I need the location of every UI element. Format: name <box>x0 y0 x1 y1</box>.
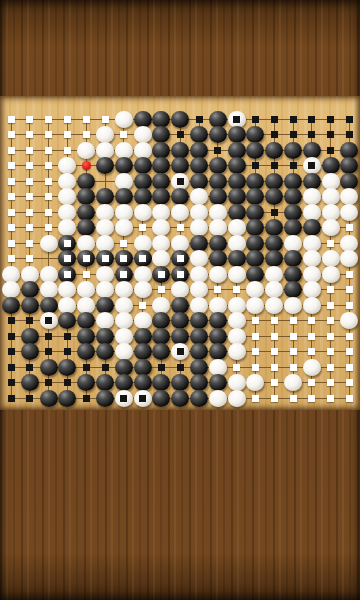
white-stone[interactable] <box>190 250 208 267</box>
black-stone[interactable] <box>246 126 264 143</box>
black-territory-marker <box>26 395 33 402</box>
white-stone[interactable] <box>58 173 76 190</box>
black-stone[interactable] <box>77 188 95 205</box>
white-stone[interactable] <box>265 297 283 314</box>
white-stone[interactable] <box>340 188 358 205</box>
white-stone[interactable] <box>58 188 76 205</box>
white-stone[interactable] <box>190 281 208 298</box>
black-stone[interactable] <box>152 343 170 360</box>
white-stone[interactable] <box>58 204 76 221</box>
white-stone[interactable] <box>115 281 133 298</box>
white-stone[interactable] <box>115 204 133 221</box>
white-stone[interactable] <box>115 343 133 360</box>
white-territory-marker <box>26 116 33 123</box>
black-stone[interactable] <box>228 126 246 143</box>
white-stone[interactable] <box>228 374 246 391</box>
black-stone[interactable] <box>152 157 170 174</box>
black-stone[interactable] <box>152 312 170 329</box>
black-stone[interactable] <box>96 343 114 360</box>
black-stone[interactable] <box>21 297 39 314</box>
dead-black-stone[interactable] <box>115 266 133 283</box>
dead-white-stone[interactable] <box>134 390 152 407</box>
black-stone[interactable] <box>209 188 227 205</box>
white-stone[interactable] <box>58 157 76 174</box>
white-stone[interactable] <box>115 173 133 190</box>
white-stone[interactable] <box>115 312 133 329</box>
white-stone[interactable] <box>303 235 321 252</box>
black-stone[interactable] <box>322 157 340 174</box>
white-territory-marker <box>64 147 71 154</box>
black-stone[interactable] <box>284 266 302 283</box>
white-stone[interactable] <box>228 328 246 345</box>
black-stone[interactable] <box>246 250 264 267</box>
dead-black-stone[interactable] <box>96 250 114 267</box>
white-territory-marker <box>346 333 353 340</box>
white-stone[interactable] <box>96 204 114 221</box>
white-stone[interactable] <box>115 328 133 345</box>
black-stone[interactable] <box>152 328 170 345</box>
white-territory-marker <box>8 255 15 262</box>
white-stone[interactable] <box>228 219 246 236</box>
white-stone[interactable] <box>171 235 189 252</box>
dead-white-stone[interactable] <box>171 173 189 190</box>
black-stone[interactable] <box>77 173 95 190</box>
black-stone[interactable] <box>246 204 264 221</box>
black-stone[interactable] <box>96 188 114 205</box>
white-stone[interactable] <box>77 142 95 159</box>
white-territory-marker <box>83 131 90 138</box>
white-territory-marker <box>327 240 334 247</box>
white-stone[interactable] <box>303 297 321 314</box>
black-stone[interactable] <box>265 188 283 205</box>
black-stone[interactable] <box>152 390 170 407</box>
white-stone[interactable] <box>228 297 246 314</box>
white-territory-marker <box>346 395 353 402</box>
black-stone[interactable] <box>303 219 321 236</box>
black-stone[interactable] <box>152 188 170 205</box>
black-territory-marker <box>346 131 353 138</box>
black-stone[interactable] <box>209 328 227 345</box>
black-territory-marker <box>8 395 15 402</box>
white-stone[interactable] <box>209 390 227 407</box>
dead-black-stone[interactable] <box>134 250 152 267</box>
white-stone[interactable] <box>284 297 302 314</box>
white-stone[interactable] <box>209 359 227 376</box>
black-stone[interactable] <box>228 173 246 190</box>
white-stone[interactable] <box>96 281 114 298</box>
black-stone[interactable] <box>96 328 114 345</box>
white-stone[interactable] <box>134 281 152 298</box>
white-territory-marker <box>271 333 278 340</box>
black-stone[interactable] <box>152 142 170 159</box>
black-stone[interactable] <box>246 219 264 236</box>
dead-stone-marker <box>83 255 90 262</box>
white-stone[interactable] <box>2 266 20 283</box>
black-territory-marker <box>271 162 278 169</box>
white-territory-marker <box>214 286 221 293</box>
white-territory-marker <box>252 333 259 340</box>
white-territory-marker <box>26 147 33 154</box>
black-stone[interactable] <box>228 142 246 159</box>
white-stone[interactable] <box>190 297 208 314</box>
result-panel: 白领先 38.25 子 黑: 146 子 提子: 21 白: 215 子 提子:… <box>0 410 360 600</box>
white-stone[interactable] <box>2 281 20 298</box>
black-stone[interactable] <box>171 312 189 329</box>
white-stone[interactable] <box>303 250 321 267</box>
white-territory-marker <box>308 348 315 355</box>
black-stone[interactable] <box>40 359 58 376</box>
black-stone[interactable] <box>209 343 227 360</box>
white-stone[interactable] <box>115 142 133 159</box>
black-stone[interactable] <box>58 312 76 329</box>
black-stone[interactable] <box>265 250 283 267</box>
black-stone[interactable] <box>152 111 170 128</box>
dead-black-stone[interactable] <box>171 250 189 267</box>
white-territory-marker <box>8 178 15 185</box>
dead-stone-marker <box>64 271 71 278</box>
white-stone[interactable] <box>96 235 114 252</box>
black-stone[interactable] <box>171 328 189 345</box>
white-stone[interactable] <box>228 266 246 283</box>
black-stone[interactable] <box>134 328 152 345</box>
white-stone[interactable] <box>96 219 114 236</box>
black-stone[interactable] <box>134 188 152 205</box>
black-stone[interactable] <box>40 297 58 314</box>
white-stone[interactable] <box>96 266 114 283</box>
black-stone[interactable] <box>77 219 95 236</box>
white-stone[interactable] <box>190 188 208 205</box>
white-stone[interactable] <box>303 281 321 298</box>
white-territory-marker <box>233 364 240 371</box>
white-stone[interactable] <box>228 343 246 360</box>
black-stone[interactable] <box>246 142 264 159</box>
white-stone[interactable] <box>303 359 321 376</box>
white-territory-marker <box>26 162 33 169</box>
white-stone[interactable] <box>340 312 358 329</box>
white-stone[interactable] <box>134 142 152 159</box>
black-stone[interactable] <box>303 142 321 159</box>
white-stone[interactable] <box>303 204 321 221</box>
white-stone[interactable] <box>96 126 114 143</box>
black-territory-marker <box>327 131 334 138</box>
white-stone[interactable] <box>322 204 340 221</box>
black-stone[interactable] <box>171 111 189 128</box>
white-stone[interactable] <box>40 281 58 298</box>
black-stone[interactable] <box>152 173 170 190</box>
black-stone[interactable] <box>96 157 114 174</box>
white-stone[interactable] <box>209 219 227 236</box>
white-stone[interactable] <box>322 219 340 236</box>
black-territory-marker <box>271 131 278 138</box>
white-territory-marker <box>290 348 297 355</box>
white-stone[interactable] <box>340 204 358 221</box>
black-stone[interactable] <box>77 343 95 360</box>
white-territory-marker <box>346 286 353 293</box>
black-stone[interactable] <box>77 204 95 221</box>
white-stone[interactable] <box>284 235 302 252</box>
black-stone[interactable] <box>40 390 58 407</box>
black-stone[interactable] <box>228 188 246 205</box>
white-territory-marker <box>45 209 52 216</box>
white-stone[interactable] <box>265 281 283 298</box>
white-stone[interactable] <box>284 374 302 391</box>
black-territory-marker <box>45 379 52 386</box>
black-stone[interactable] <box>265 235 283 252</box>
black-stone[interactable] <box>209 111 227 128</box>
dead-black-stone[interactable] <box>58 250 76 267</box>
white-territory-marker <box>346 348 353 355</box>
white-stone[interactable] <box>96 312 114 329</box>
white-stone[interactable] <box>134 266 152 283</box>
black-stone[interactable] <box>171 142 189 159</box>
dead-stone-marker <box>139 255 146 262</box>
white-stone[interactable] <box>340 250 358 267</box>
white-stone[interactable] <box>134 204 152 221</box>
black-stone[interactable] <box>209 173 227 190</box>
black-territory-marker <box>8 348 15 355</box>
white-stone[interactable] <box>303 266 321 283</box>
white-stone[interactable] <box>58 281 76 298</box>
black-stone[interactable] <box>171 157 189 174</box>
white-stone[interactable] <box>152 297 170 314</box>
black-stone[interactable] <box>2 297 20 314</box>
white-territory-marker <box>83 116 90 123</box>
black-stone[interactable] <box>246 266 264 283</box>
white-territory-marker <box>45 178 52 185</box>
white-stone[interactable] <box>209 297 227 314</box>
black-stone[interactable] <box>96 390 114 407</box>
black-stone[interactable] <box>209 157 227 174</box>
white-stone[interactable] <box>322 266 340 283</box>
black-stone[interactable] <box>265 219 283 236</box>
white-territory-marker <box>327 317 334 324</box>
black-stone[interactable] <box>209 312 227 329</box>
black-stone[interactable] <box>134 374 152 391</box>
black-stone[interactable] <box>303 173 321 190</box>
black-stone[interactable] <box>171 390 189 407</box>
black-stone[interactable] <box>152 374 170 391</box>
black-stone[interactable] <box>265 142 283 159</box>
black-stone[interactable] <box>190 142 208 159</box>
black-stone[interactable] <box>21 343 39 360</box>
dead-white-stone[interactable] <box>303 157 321 174</box>
white-stone[interactable] <box>77 297 95 314</box>
white-stone[interactable] <box>152 219 170 236</box>
black-stone[interactable] <box>228 250 246 267</box>
black-territory-marker <box>83 395 90 402</box>
black-stone[interactable] <box>190 374 208 391</box>
white-territory-marker <box>120 131 127 138</box>
black-stone[interactable] <box>134 343 152 360</box>
black-territory-marker <box>8 333 15 340</box>
white-territory-marker <box>139 302 146 309</box>
white-stone[interactable] <box>322 250 340 267</box>
black-stone[interactable] <box>265 173 283 190</box>
white-territory-marker <box>290 317 297 324</box>
white-stone[interactable] <box>228 235 246 252</box>
white-stone[interactable] <box>115 219 133 236</box>
white-stone[interactable] <box>152 235 170 252</box>
white-territory-marker <box>233 286 240 293</box>
black-stone[interactable] <box>134 173 152 190</box>
dead-white-stone[interactable] <box>115 390 133 407</box>
black-territory-marker <box>26 317 33 324</box>
dead-stone-marker <box>120 395 127 402</box>
white-stone[interactable] <box>77 281 95 298</box>
black-stone[interactable] <box>190 359 208 376</box>
white-territory-marker <box>327 348 334 355</box>
black-stone[interactable] <box>190 343 208 360</box>
black-stone[interactable] <box>134 157 152 174</box>
white-stone[interactable] <box>171 204 189 221</box>
white-stone[interactable] <box>190 266 208 283</box>
black-stone[interactable] <box>115 359 133 376</box>
dead-white-stone[interactable] <box>171 343 189 360</box>
black-stone[interactable] <box>190 390 208 407</box>
black-stone[interactable] <box>21 281 39 298</box>
black-stone[interactable] <box>284 173 302 190</box>
black-stone[interactable] <box>190 328 208 345</box>
white-stone[interactable] <box>77 235 95 252</box>
black-stone[interactable] <box>134 359 152 376</box>
white-stone[interactable] <box>134 126 152 143</box>
white-stone[interactable] <box>115 297 133 314</box>
white-stone[interactable] <box>134 235 152 252</box>
black-stone[interactable] <box>284 250 302 267</box>
dead-stone-marker <box>177 178 184 185</box>
black-stone[interactable] <box>209 235 227 252</box>
black-territory-marker <box>308 131 315 138</box>
white-territory-marker <box>290 364 297 371</box>
black-territory-marker <box>290 116 297 123</box>
white-territory-marker <box>45 193 52 200</box>
dead-black-stone[interactable] <box>152 266 170 283</box>
black-stone[interactable] <box>58 359 76 376</box>
white-territory-marker <box>8 131 15 138</box>
black-stone[interactable] <box>228 157 246 174</box>
white-stone[interactable] <box>115 111 133 128</box>
white-stone[interactable] <box>190 204 208 221</box>
dead-stone-marker <box>64 240 71 247</box>
black-stone[interactable] <box>284 219 302 236</box>
black-stone[interactable] <box>284 142 302 159</box>
white-stone[interactable] <box>152 250 170 267</box>
black-stone[interactable] <box>21 328 39 345</box>
black-stone[interactable] <box>77 312 95 329</box>
white-stone[interactable] <box>134 312 152 329</box>
black-stone[interactable] <box>340 142 358 159</box>
white-stone[interactable] <box>40 235 58 252</box>
black-stone[interactable] <box>209 126 227 143</box>
go-board[interactable] <box>0 96 360 410</box>
black-stone[interactable] <box>171 297 189 314</box>
white-territory-marker <box>308 395 315 402</box>
dead-black-stone[interactable] <box>58 235 76 252</box>
white-stone[interactable] <box>58 297 76 314</box>
black-stone[interactable] <box>246 235 264 252</box>
white-territory-marker <box>102 116 109 123</box>
black-stone[interactable] <box>246 188 264 205</box>
black-stone[interactable] <box>209 250 227 267</box>
black-stone[interactable] <box>96 374 114 391</box>
white-stone[interactable] <box>246 297 264 314</box>
black-stone[interactable] <box>284 188 302 205</box>
black-stone[interactable] <box>134 111 152 128</box>
black-stone[interactable] <box>58 390 76 407</box>
dead-black-stone[interactable] <box>171 266 189 283</box>
black-stone[interactable] <box>77 328 95 345</box>
white-territory-marker <box>346 302 353 309</box>
white-stone[interactable] <box>96 142 114 159</box>
black-stone[interactable] <box>171 374 189 391</box>
black-stone[interactable] <box>228 204 246 221</box>
white-stone[interactable] <box>228 390 246 407</box>
black-territory-marker <box>102 364 109 371</box>
black-territory-marker <box>45 333 52 340</box>
black-stone[interactable] <box>284 204 302 221</box>
black-stone[interactable] <box>284 281 302 298</box>
white-territory-marker <box>83 271 90 278</box>
white-stone[interactable] <box>209 266 227 283</box>
dead-black-stone[interactable] <box>115 250 133 267</box>
black-stone[interactable] <box>190 126 208 143</box>
white-stone[interactable] <box>190 219 208 236</box>
dead-white-stone[interactable] <box>228 111 246 128</box>
white-stone[interactable] <box>152 204 170 221</box>
black-stone[interactable] <box>171 188 189 205</box>
white-territory-marker <box>346 224 353 231</box>
black-stone[interactable] <box>190 157 208 174</box>
black-stone[interactable] <box>21 374 39 391</box>
white-stone[interactable] <box>246 281 264 298</box>
black-stone[interactable] <box>190 312 208 329</box>
black-stone[interactable] <box>340 173 358 190</box>
dead-black-stone[interactable] <box>77 250 95 267</box>
white-stone[interactable] <box>246 374 264 391</box>
black-stone[interactable] <box>209 374 227 391</box>
black-stone[interactable] <box>96 297 114 314</box>
white-territory-marker <box>26 255 33 262</box>
white-territory-marker <box>8 116 15 123</box>
white-stone[interactable] <box>340 235 358 252</box>
black-stone[interactable] <box>340 157 358 174</box>
black-stone[interactable] <box>115 374 133 391</box>
white-stone[interactable] <box>228 312 246 329</box>
black-stone[interactable] <box>246 173 264 190</box>
white-stone[interactable] <box>322 173 340 190</box>
white-stone[interactable] <box>40 266 58 283</box>
white-stone[interactable] <box>209 204 227 221</box>
black-stone[interactable] <box>115 157 133 174</box>
white-stone[interactable] <box>322 188 340 205</box>
black-stone[interactable] <box>152 126 170 143</box>
white-territory-marker <box>346 364 353 371</box>
dead-white-stone[interactable] <box>40 312 58 329</box>
black-stone[interactable] <box>115 188 133 205</box>
white-stone[interactable] <box>58 219 76 236</box>
black-stone[interactable] <box>190 173 208 190</box>
black-stone[interactable] <box>190 235 208 252</box>
black-territory-marker <box>271 209 278 216</box>
white-stone[interactable] <box>303 188 321 205</box>
white-stone[interactable] <box>265 266 283 283</box>
dead-black-stone[interactable] <box>58 266 76 283</box>
black-stone[interactable] <box>77 374 95 391</box>
dead-stone-marker <box>120 271 127 278</box>
white-territory-marker <box>8 147 15 154</box>
white-stone[interactable] <box>171 281 189 298</box>
white-stone[interactable] <box>21 266 39 283</box>
